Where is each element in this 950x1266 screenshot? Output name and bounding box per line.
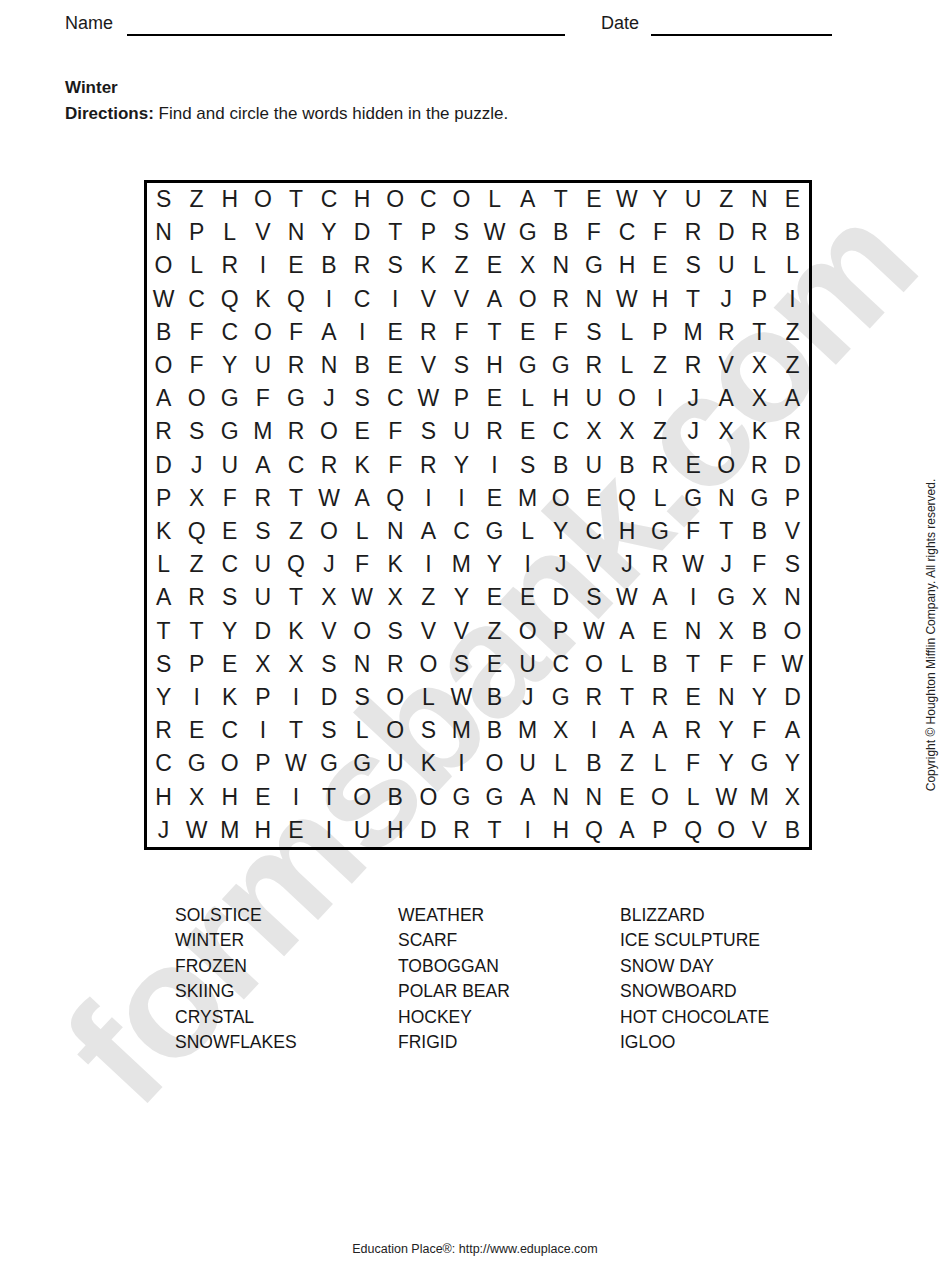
footer-text: Education Place®: http://www.eduplace.co… (0, 1242, 950, 1256)
word-list-column: SOLSTICEWINTERFROZENSKIINGCRYSTALSNOWFLA… (175, 903, 297, 1055)
word-item: SNOWBOARD (620, 979, 769, 1004)
word-item: FRIGID (398, 1030, 510, 1055)
word-item: FROZEN (175, 954, 297, 979)
word-item: CRYSTAL (175, 1005, 297, 1030)
worksheet-page: Name Date Winter Directions: Find and ci… (0, 0, 950, 1266)
word-item: HOCKEY (398, 1005, 510, 1030)
word-item: WEATHER (398, 903, 510, 928)
word-item: ICE SCULPTURE (620, 928, 769, 953)
word-item: HOT CHOCOLATE (620, 1005, 769, 1030)
word-item: SNOW DAY (620, 954, 769, 979)
word-item: SKIING (175, 979, 297, 1004)
word-item: SOLSTICE (175, 903, 297, 928)
word-list-column: WEATHERSCARFTOBOGGANPOLAR BEARHOCKEYFRIG… (398, 903, 510, 1055)
word-item: IGLOO (620, 1030, 769, 1055)
word-item: BLIZZARD (620, 903, 769, 928)
word-item: TOBOGGAN (398, 954, 510, 979)
word-item: SNOWFLAKES (175, 1030, 297, 1055)
word-item: WINTER (175, 928, 297, 953)
word-list-column: BLIZZARDICE SCULPTURESNOW DAYSNOWBOARDHO… (620, 903, 769, 1055)
copyright-text: Copyright © Houghton Mifflin Company. Al… (924, 479, 938, 792)
word-list: SOLSTICEWINTERFROZENSKIINGCRYSTALSNOWFLA… (0, 0, 950, 1266)
word-item: SCARF (398, 928, 510, 953)
word-item: POLAR BEAR (398, 979, 510, 1004)
